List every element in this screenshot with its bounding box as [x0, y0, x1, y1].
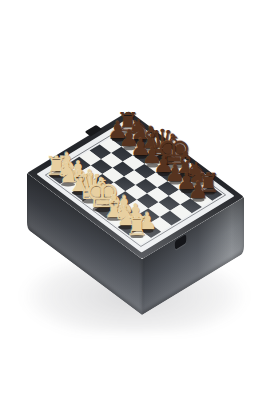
piece-black-pawn: ♟ — [175, 179, 221, 202]
chess-set-product-photo: ♜♞♝♛♚♝♞♜♟♟♟♟♟♟♟♟♟♟♟♟♟♟♟♟♜♞♝♛♚♝♞♜ — [0, 0, 261, 400]
piece-white-rook: ♜ — [114, 213, 160, 239]
